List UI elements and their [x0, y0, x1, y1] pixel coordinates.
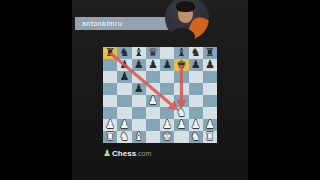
black-pawn: ♟ — [191, 59, 201, 71]
square-c4[interactable] — [132, 95, 146, 107]
white-rook: ♜ — [105, 131, 115, 143]
square-h5[interactable] — [203, 83, 217, 95]
square-g4[interactable] — [189, 95, 203, 107]
square-f1[interactable] — [174, 131, 188, 143]
square-h7[interactable]: ♟ — [203, 59, 217, 71]
square-f7[interactable]: ♚ — [174, 59, 188, 71]
shorts-stage: antonkimru ♜♞♝♛♝♞♜♟♟♟♟♚♟♟♟♟♟♞♟♟♟♟♟♟♜♞♝♚♞… — [0, 0, 320, 180]
square-d1[interactable] — [146, 131, 160, 143]
black-king: ♚ — [176, 59, 186, 71]
black-pawn: ♟ — [148, 59, 158, 71]
square-h6[interactable] — [203, 71, 217, 83]
square-d4[interactable]: ♟ — [146, 95, 160, 107]
black-pawn: ♟ — [205, 59, 215, 71]
square-b4[interactable] — [117, 95, 131, 107]
square-g6[interactable] — [189, 71, 203, 83]
white-rook: ♜ — [205, 131, 215, 143]
square-g5[interactable] — [189, 83, 203, 95]
square-a4[interactable] — [103, 95, 117, 107]
square-d3[interactable] — [146, 107, 160, 119]
white-king: ♚ — [162, 131, 172, 143]
square-f2[interactable]: ♟ — [174, 119, 188, 131]
square-c7[interactable]: ♟ — [132, 59, 146, 71]
white-knight: ♞ — [191, 131, 201, 143]
avatar-body — [169, 28, 195, 40]
square-b5[interactable] — [117, 83, 131, 95]
chesscom-logo: ♟ Chess .com — [103, 147, 151, 159]
square-h4[interactable] — [203, 95, 217, 107]
square-h1[interactable]: ♜ — [203, 131, 217, 143]
square-c3[interactable] — [132, 107, 146, 119]
avatar-hair — [176, 1, 195, 12]
player-name: antonkimru — [75, 20, 122, 27]
square-e5[interactable] — [160, 83, 174, 95]
white-pawn: ♟ — [148, 95, 158, 107]
chess-board: ♜♞♝♛♝♞♜♟♟♟♟♚♟♟♟♟♟♞♟♟♟♟♟♟♜♞♝♚♞♜ — [103, 47, 217, 143]
chesscom-brand-text: Chess — [112, 149, 136, 158]
square-e6[interactable] — [160, 71, 174, 83]
square-a6[interactable] — [103, 71, 117, 83]
black-pawn: ♟ — [162, 59, 172, 71]
square-e4[interactable] — [160, 95, 174, 107]
black-rook: ♜ — [105, 47, 115, 59]
square-f6[interactable] — [174, 71, 188, 83]
black-pawn: ♟ — [134, 83, 144, 95]
square-a7[interactable] — [103, 59, 117, 71]
square-c5[interactable]: ♟ — [132, 83, 146, 95]
square-b1[interactable]: ♞ — [117, 131, 131, 143]
square-e1[interactable]: ♚ — [160, 131, 174, 143]
square-a5[interactable] — [103, 83, 117, 95]
black-pawn: ♟ — [134, 59, 144, 71]
square-g1[interactable]: ♞ — [189, 131, 203, 143]
square-d7[interactable]: ♟ — [146, 59, 160, 71]
square-a1[interactable]: ♜ — [103, 131, 117, 143]
square-c1[interactable]: ♝ — [132, 131, 146, 143]
square-b6[interactable]: ♟ — [117, 71, 131, 83]
square-e7[interactable]: ♟ — [160, 59, 174, 71]
chesscom-tld-text: .com — [136, 150, 151, 157]
black-pawn: ♟ — [119, 71, 129, 83]
player-avatar[interactable] — [165, 0, 209, 40]
player-name-bar: antonkimru — [75, 17, 170, 30]
white-knight: ♞ — [119, 131, 129, 143]
square-d6[interactable] — [146, 71, 160, 83]
white-pawn: ♟ — [176, 119, 186, 131]
pawn-icon: ♟ — [103, 148, 111, 158]
video-content: antonkimru ♜♞♝♛♝♞♜♟♟♟♟♚♟♟♟♟♟♞♟♟♟♟♟♟♜♞♝♚♞… — [72, 0, 248, 180]
square-d2[interactable] — [146, 119, 160, 131]
square-f5[interactable] — [174, 83, 188, 95]
square-a8[interactable]: ♜ — [103, 47, 117, 59]
square-g7[interactable]: ♟ — [189, 59, 203, 71]
white-bishop: ♝ — [134, 131, 144, 143]
